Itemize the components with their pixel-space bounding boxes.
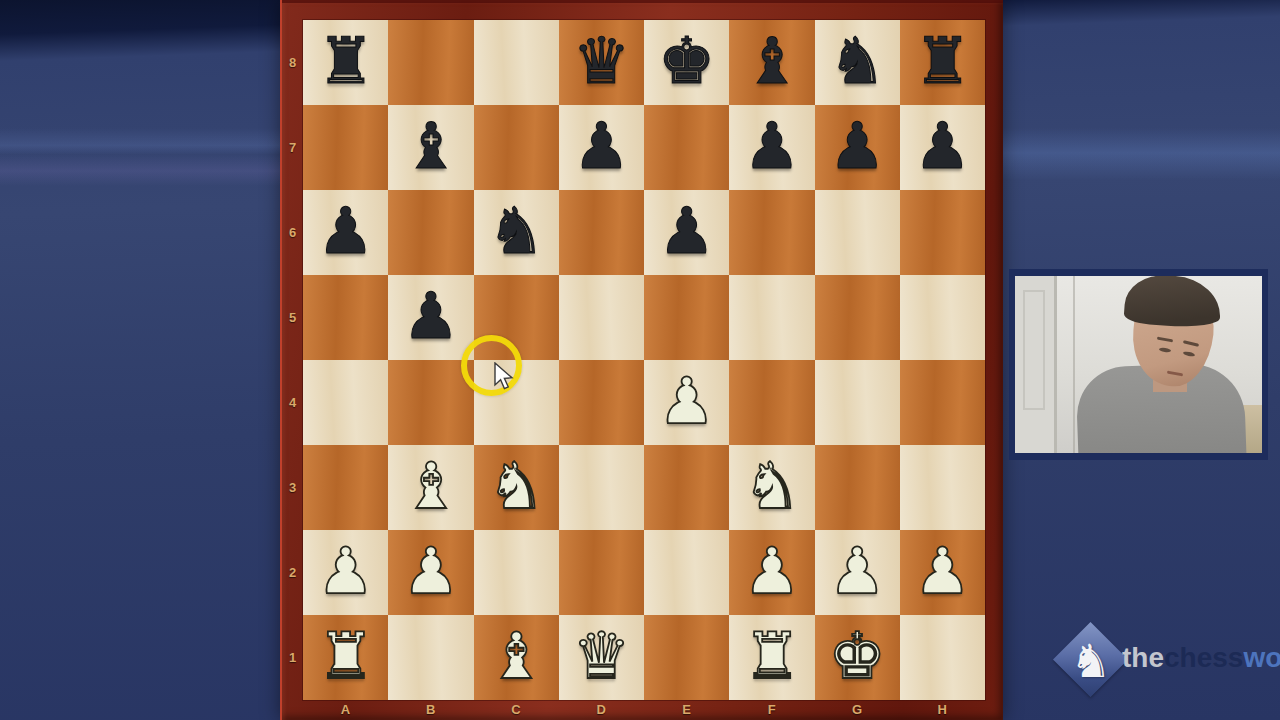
piece-black-pawn: ♟ bbox=[317, 199, 374, 263]
chess-board-frame: ♜♛♚♝♞♜♝♟♟♟♟♟♞♟♟♟♝♞♞♟♟♟♟♟♜♝♛♜♚ 87654321 A… bbox=[280, 0, 1003, 720]
webcam-video[interactable] bbox=[1015, 276, 1262, 453]
piece-black-pawn: ♟ bbox=[573, 114, 630, 178]
square-c6[interactable]: ♞ bbox=[474, 190, 559, 275]
thechessworld-logo: ♞ thechessworld bbox=[1056, 624, 1270, 700]
square-f8[interactable]: ♝ bbox=[729, 20, 814, 105]
square-f6[interactable] bbox=[729, 190, 814, 275]
square-g6[interactable] bbox=[815, 190, 900, 275]
square-e4[interactable]: ♟ bbox=[644, 360, 729, 445]
wall-corner-line bbox=[1073, 276, 1075, 453]
square-f3[interactable]: ♞ bbox=[729, 445, 814, 530]
square-h3[interactable] bbox=[900, 445, 985, 530]
piece-white-bishop: ♝ bbox=[402, 454, 459, 518]
piece-white-pawn: ♟ bbox=[658, 369, 715, 433]
rank-label-5: 5 bbox=[282, 275, 303, 360]
square-e5[interactable] bbox=[644, 275, 729, 360]
piece-black-pawn: ♟ bbox=[828, 114, 885, 178]
square-f4[interactable] bbox=[729, 360, 814, 445]
rank-label-1: 1 bbox=[282, 615, 303, 700]
square-c7[interactable] bbox=[474, 105, 559, 190]
piece-white-pawn: ♟ bbox=[914, 539, 971, 603]
square-g7[interactable]: ♟ bbox=[815, 105, 900, 190]
piece-white-knight: ♞ bbox=[743, 454, 800, 518]
piece-black-pawn: ♟ bbox=[914, 114, 971, 178]
piece-black-bishop: ♝ bbox=[402, 114, 459, 178]
square-g3[interactable] bbox=[815, 445, 900, 530]
square-g5[interactable] bbox=[815, 275, 900, 360]
knight-logo-icon: ♞ bbox=[1062, 632, 1119, 689]
piece-white-pawn: ♟ bbox=[402, 539, 459, 603]
square-g1[interactable]: ♚ bbox=[815, 615, 900, 700]
square-d3[interactable] bbox=[559, 445, 644, 530]
file-label-h: H bbox=[900, 700, 985, 720]
square-e1[interactable] bbox=[644, 615, 729, 700]
logo-word-the: the bbox=[1122, 642, 1164, 673]
piece-white-rook: ♜ bbox=[743, 624, 800, 688]
square-b5[interactable]: ♟ bbox=[388, 275, 473, 360]
square-h7[interactable]: ♟ bbox=[900, 105, 985, 190]
square-d4[interactable] bbox=[559, 360, 644, 445]
square-c8[interactable] bbox=[474, 20, 559, 105]
square-d6[interactable] bbox=[559, 190, 644, 275]
presenter-hair bbox=[1123, 276, 1222, 329]
square-f7[interactable]: ♟ bbox=[729, 105, 814, 190]
square-c2[interactable] bbox=[474, 530, 559, 615]
square-a2[interactable]: ♟ bbox=[303, 530, 388, 615]
piece-white-bishop: ♝ bbox=[487, 624, 544, 688]
square-f1[interactable]: ♜ bbox=[729, 615, 814, 700]
square-f2[interactable]: ♟ bbox=[729, 530, 814, 615]
rank-label-3: 3 bbox=[282, 445, 303, 530]
piece-white-pawn: ♟ bbox=[743, 539, 800, 603]
door-panel bbox=[1023, 290, 1045, 410]
square-h4[interactable] bbox=[900, 360, 985, 445]
square-b2[interactable]: ♟ bbox=[388, 530, 473, 615]
piece-black-queen: ♛ bbox=[573, 29, 630, 93]
file-label-e: E bbox=[644, 700, 729, 720]
square-e2[interactable] bbox=[644, 530, 729, 615]
file-label-b: B bbox=[388, 700, 473, 720]
square-a6[interactable]: ♟ bbox=[303, 190, 388, 275]
piece-white-pawn: ♟ bbox=[828, 539, 885, 603]
file-label-c: C bbox=[474, 700, 559, 720]
piece-black-rook: ♜ bbox=[317, 29, 374, 93]
door-background bbox=[1015, 276, 1057, 453]
square-d5[interactable] bbox=[559, 275, 644, 360]
square-a3[interactable] bbox=[303, 445, 388, 530]
square-c3[interactable]: ♞ bbox=[474, 445, 559, 530]
square-b1[interactable] bbox=[388, 615, 473, 700]
piece-black-knight: ♞ bbox=[828, 29, 885, 93]
square-e8[interactable]: ♚ bbox=[644, 20, 729, 105]
square-a8[interactable]: ♜ bbox=[303, 20, 388, 105]
logo-text: thechessworld bbox=[1122, 642, 1280, 674]
square-d1[interactable]: ♛ bbox=[559, 615, 644, 700]
background-streak-right bbox=[1003, 128, 1280, 180]
square-d7[interactable]: ♟ bbox=[559, 105, 644, 190]
square-h8[interactable]: ♜ bbox=[900, 20, 985, 105]
file-label-a: A bbox=[303, 700, 388, 720]
square-h5[interactable] bbox=[900, 275, 985, 360]
piece-black-pawn: ♟ bbox=[743, 114, 800, 178]
square-e7[interactable] bbox=[644, 105, 729, 190]
file-label-d: D bbox=[559, 700, 644, 720]
square-a7[interactable] bbox=[303, 105, 388, 190]
piece-black-knight: ♞ bbox=[487, 199, 544, 263]
rank-label-7: 7 bbox=[282, 105, 303, 190]
rank-label-4: 4 bbox=[282, 360, 303, 445]
background-streak-left bbox=[0, 128, 282, 186]
square-c1[interactable]: ♝ bbox=[474, 615, 559, 700]
piece-black-pawn: ♟ bbox=[658, 199, 715, 263]
piece-black-pawn: ♟ bbox=[402, 284, 459, 348]
square-a4[interactable] bbox=[303, 360, 388, 445]
square-e6[interactable]: ♟ bbox=[644, 190, 729, 275]
square-b4[interactable] bbox=[388, 360, 473, 445]
rank-label-6: 6 bbox=[282, 190, 303, 275]
piece-black-king: ♚ bbox=[658, 29, 715, 93]
square-e3[interactable] bbox=[644, 445, 729, 530]
square-h2[interactable]: ♟ bbox=[900, 530, 985, 615]
square-b6[interactable] bbox=[388, 190, 473, 275]
square-a1[interactable]: ♜ bbox=[303, 615, 388, 700]
piece-white-queen: ♛ bbox=[573, 624, 630, 688]
file-label-g: G bbox=[815, 700, 900, 720]
piece-white-rook: ♜ bbox=[317, 624, 374, 688]
webcam-panel bbox=[1009, 269, 1268, 460]
square-f5[interactable] bbox=[729, 275, 814, 360]
piece-white-pawn: ♟ bbox=[317, 539, 374, 603]
square-g8[interactable]: ♞ bbox=[815, 20, 900, 105]
file-label-f: F bbox=[729, 700, 814, 720]
piece-black-rook: ♜ bbox=[914, 29, 971, 93]
square-b3[interactable]: ♝ bbox=[388, 445, 473, 530]
video-frame: { "game": "chess", "position": { "fen": … bbox=[0, 0, 1280, 720]
square-b8[interactable] bbox=[388, 20, 473, 105]
piece-white-knight: ♞ bbox=[487, 454, 544, 518]
logo-word-world: world bbox=[1243, 642, 1280, 673]
rank-label-2: 2 bbox=[282, 530, 303, 615]
rank-label-8: 8 bbox=[282, 20, 303, 105]
square-a5[interactable] bbox=[303, 275, 388, 360]
square-h6[interactable] bbox=[900, 190, 985, 275]
square-b7[interactable]: ♝ bbox=[388, 105, 473, 190]
piece-white-king: ♚ bbox=[828, 624, 885, 688]
square-g2[interactable]: ♟ bbox=[815, 530, 900, 615]
square-g4[interactable] bbox=[815, 360, 900, 445]
piece-black-bishop: ♝ bbox=[743, 29, 800, 93]
square-d2[interactable] bbox=[559, 530, 644, 615]
square-d8[interactable]: ♛ bbox=[559, 20, 644, 105]
board-squares: ♜♛♚♝♞♜♝♟♟♟♟♟♞♟♟♟♝♞♞♟♟♟♟♟♜♝♛♜♚ bbox=[303, 20, 985, 700]
square-h1[interactable] bbox=[900, 615, 985, 700]
mouse-cursor-icon bbox=[492, 362, 514, 392]
logo-word-chess: chess bbox=[1164, 642, 1243, 673]
